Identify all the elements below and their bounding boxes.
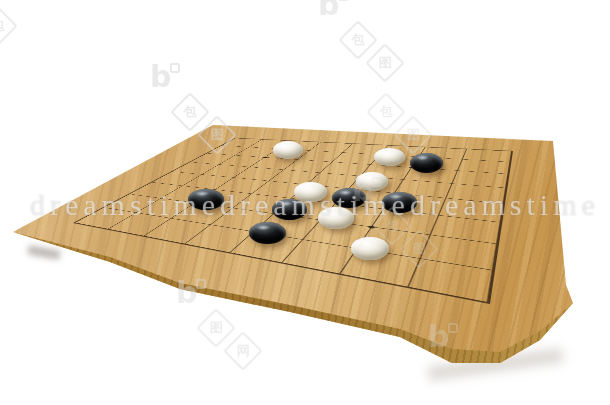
white-stone[interactable] [374,148,405,166]
black-stone[interactable] [410,153,443,173]
white-stone[interactable] [351,237,389,260]
white-stone[interactable] [294,182,327,202]
black-stone[interactable] [188,189,224,210]
white-stone[interactable] [273,141,303,159]
black-stone[interactable] [382,192,417,213]
stones-layer [0,0,610,405]
photo-scene: dreamstime dreamstime dreamstime 包b包图b包图… [0,0,610,405]
white-stone[interactable] [318,207,354,229]
black-stone[interactable] [332,188,366,208]
black-stone[interactable] [272,199,307,220]
white-stone[interactable] [356,172,388,191]
black-stone[interactable] [249,222,286,244]
